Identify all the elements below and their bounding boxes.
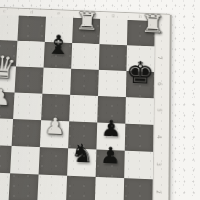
file-label-d: d bbox=[30, 10, 33, 14]
square-h2[interactable] bbox=[124, 178, 153, 200]
square-h3[interactable] bbox=[124, 151, 153, 180]
white-pawn[interactable]: ♟ bbox=[44, 115, 66, 138]
square-d7[interactable] bbox=[16, 41, 45, 68]
square-d5[interactable] bbox=[13, 93, 42, 121]
rank-label-4: 4 bbox=[156, 135, 162, 139]
square-g7[interactable] bbox=[99, 44, 127, 71]
square-e6[interactable] bbox=[42, 68, 71, 95]
black-pawn[interactable]: ♟ bbox=[100, 144, 122, 167]
square-f2[interactable] bbox=[66, 176, 96, 200]
white-pawn[interactable]: ♟ bbox=[0, 86, 11, 109]
square-d8[interactable] bbox=[17, 16, 46, 42]
black-bishop[interactable]: ♝ bbox=[45, 31, 72, 58]
rank-label-7: 7 bbox=[157, 56, 163, 60]
chess-board: abcdefgh 87654321 ♜♜♝♛♚♟♟♟♞♟ bbox=[0, 5, 170, 200]
square-g6[interactable] bbox=[98, 70, 126, 97]
chessboard-photo: abcdefgh 87654321 ♜♜♝♛♚♟♟♟♞♟ bbox=[0, 0, 200, 200]
square-h4[interactable] bbox=[125, 124, 154, 152]
square-f5[interactable] bbox=[69, 95, 98, 123]
square-d3[interactable] bbox=[10, 146, 40, 175]
square-f7[interactable] bbox=[71, 43, 99, 70]
square-d6[interactable] bbox=[15, 66, 44, 93]
square-g3[interactable]: ♟ bbox=[96, 149, 125, 178]
board-grid: ♜♜♝♛♚♟♟♟♞♟ bbox=[0, 12, 155, 200]
square-e2[interactable] bbox=[37, 174, 67, 200]
square-d2[interactable] bbox=[9, 173, 39, 200]
square-f3[interactable]: ♞ bbox=[67, 148, 96, 177]
square-f6[interactable] bbox=[70, 69, 99, 96]
square-h5[interactable] bbox=[125, 97, 153, 125]
white-rook[interactable]: ♜ bbox=[140, 12, 164, 37]
black-king[interactable]: ♚ bbox=[125, 57, 155, 89]
board-frame-right: 87654321 bbox=[152, 14, 172, 200]
black-pawn[interactable]: ♟ bbox=[100, 117, 121, 140]
black-knight[interactable]: ♞ bbox=[70, 140, 95, 166]
square-h6[interactable]: ♚ bbox=[126, 71, 154, 98]
rank-label-2: 2 bbox=[155, 190, 161, 194]
square-g8[interactable] bbox=[100, 19, 128, 45]
file-label-g: g bbox=[112, 13, 115, 17]
square-h8[interactable]: ♜ bbox=[127, 20, 155, 46]
file-label-e: e bbox=[57, 11, 60, 15]
square-f8[interactable]: ♜ bbox=[72, 18, 100, 44]
white-rook[interactable]: ♜ bbox=[74, 9, 98, 34]
square-e4[interactable]: ♟ bbox=[40, 120, 69, 148]
square-d4[interactable] bbox=[12, 119, 42, 147]
file-label-c: c bbox=[3, 9, 6, 13]
square-g2[interactable] bbox=[95, 177, 124, 200]
rank-label-3: 3 bbox=[156, 162, 162, 166]
square-c8[interactable] bbox=[0, 14, 19, 40]
rank-label-5: 5 bbox=[156, 108, 162, 112]
square-e3[interactable] bbox=[39, 147, 69, 176]
square-e7[interactable]: ♝ bbox=[44, 42, 73, 69]
rank-label-6: 6 bbox=[157, 82, 163, 86]
